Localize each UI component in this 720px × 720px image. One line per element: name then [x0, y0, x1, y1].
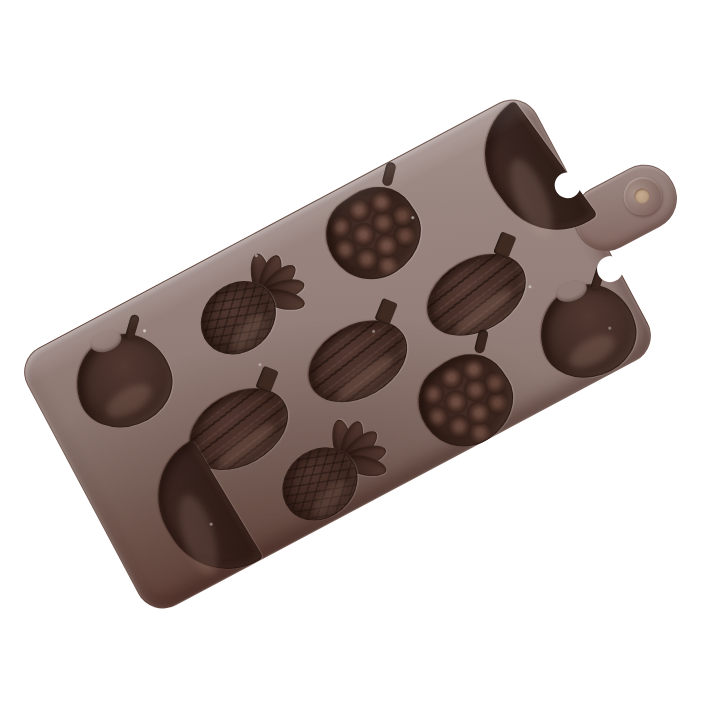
cavity-grapes-top [310, 171, 437, 297]
cavity-highlight [564, 329, 619, 375]
cavity-highlight [227, 309, 271, 356]
cavity-pod-middle-center [294, 304, 422, 419]
cavity-apple-bottom-right [528, 272, 648, 389]
pod-stem [374, 298, 397, 325]
cavity-pod-middle-right [413, 237, 541, 352]
cavity-grapes-bottom [403, 338, 530, 464]
apple-stem [124, 314, 140, 341]
cavity-highlight [172, 490, 225, 579]
hanging-hole [632, 186, 652, 206]
pod-stem [255, 366, 278, 393]
product-photo-scene [0, 0, 720, 720]
pod-stem [493, 231, 516, 258]
grape-stem [381, 161, 397, 187]
cavity-highlight [308, 476, 352, 523]
cavity-highlight [501, 154, 560, 243]
silicone-chocolate-mold [14, 90, 661, 619]
cavity-highlight [101, 378, 156, 425]
cavity-pineapple-top [175, 228, 329, 379]
cavity-apple-top-left [63, 321, 185, 440]
